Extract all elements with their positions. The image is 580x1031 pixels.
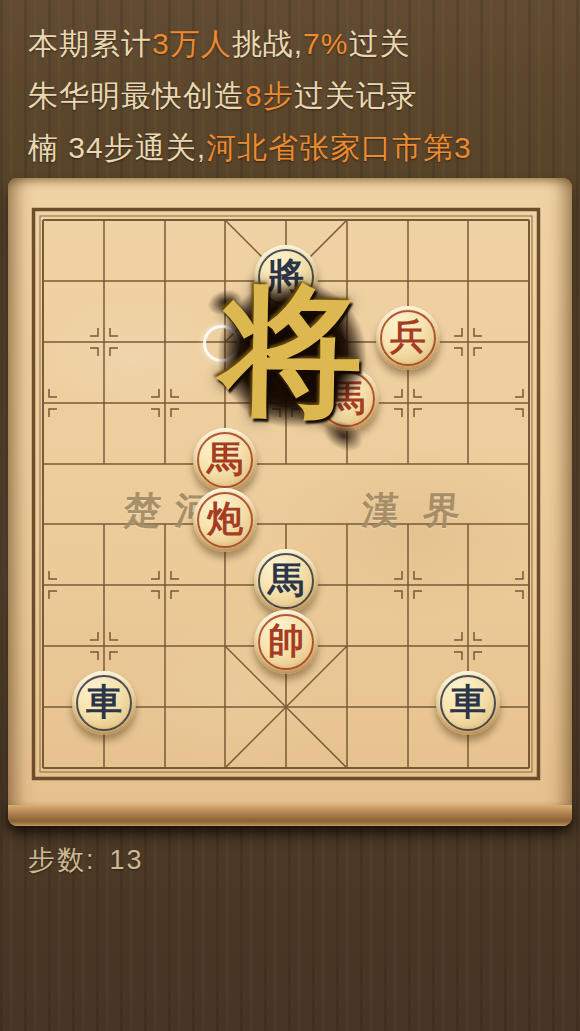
info-highlight: 3万人 — [152, 27, 232, 60]
piece-red-炮[interactable]: 炮 — [193, 488, 257, 552]
bottom-toolbar: 悔棋 重来 排行榜 — [0, 930, 580, 1031]
info-text: 朱华明最快创造 — [28, 79, 245, 112]
check-banner: 将 — [193, 256, 391, 452]
check-banner-text: 将 — [220, 280, 364, 424]
piece-glyph: 車 — [450, 684, 486, 720]
info-text: 过关 — [348, 27, 410, 60]
piece-black-車[interactable]: 車 — [436, 671, 500, 735]
river-label-right: 漢界 — [360, 486, 485, 536]
step-counter-label: 步数: — [28, 845, 96, 875]
piece-black-車[interactable]: 車 — [72, 671, 136, 735]
info-highlight: 河北省张家口市第3 — [206, 131, 472, 164]
piece-glyph: 兵 — [390, 319, 426, 355]
info-text: 本期累计 — [28, 27, 152, 60]
info-text: 挑战, — [232, 27, 303, 60]
event-info-panel: 本期累计3万人挑战,7%过关 朱华明最快创造8步过关记录 楠 34步通关,河北省… — [28, 18, 568, 174]
piece-glyph: 炮 — [207, 501, 243, 537]
board-front-edge — [8, 805, 572, 826]
info-highlight: 7% — [303, 27, 348, 60]
info-text: 楠 34步通关, — [28, 131, 206, 164]
piece-red-兵[interactable]: 兵 — [376, 306, 440, 370]
step-counter: 步数:13 — [28, 842, 144, 878]
piece-black-馬[interactable]: 馬 — [254, 549, 318, 613]
step-counter-value: 13 — [110, 845, 144, 875]
piece-red-帥[interactable]: 帥 — [254, 610, 318, 674]
info-text: 过关记录 — [294, 79, 418, 112]
info-line-2: 朱华明最快创造8步过关记录 — [28, 70, 568, 122]
piece-glyph: 馬 — [268, 562, 304, 598]
info-line-3: 楠 34步通关,河北省张家口市第3 — [28, 122, 568, 174]
piece-glyph: 馬 — [207, 441, 243, 477]
piece-glyph: 車 — [86, 684, 122, 720]
app-screen: 本期累计3万人挑战,7%过关 朱华明最快创造8步过关记录 楠 34步通关,河北省… — [0, 0, 580, 1031]
piece-glyph: 帥 — [268, 623, 304, 659]
info-highlight: 8步 — [245, 79, 294, 112]
piece-red-馬[interactable]: 馬 — [193, 428, 257, 492]
info-line-1: 本期累计3万人挑战,7%过关 — [28, 18, 568, 70]
